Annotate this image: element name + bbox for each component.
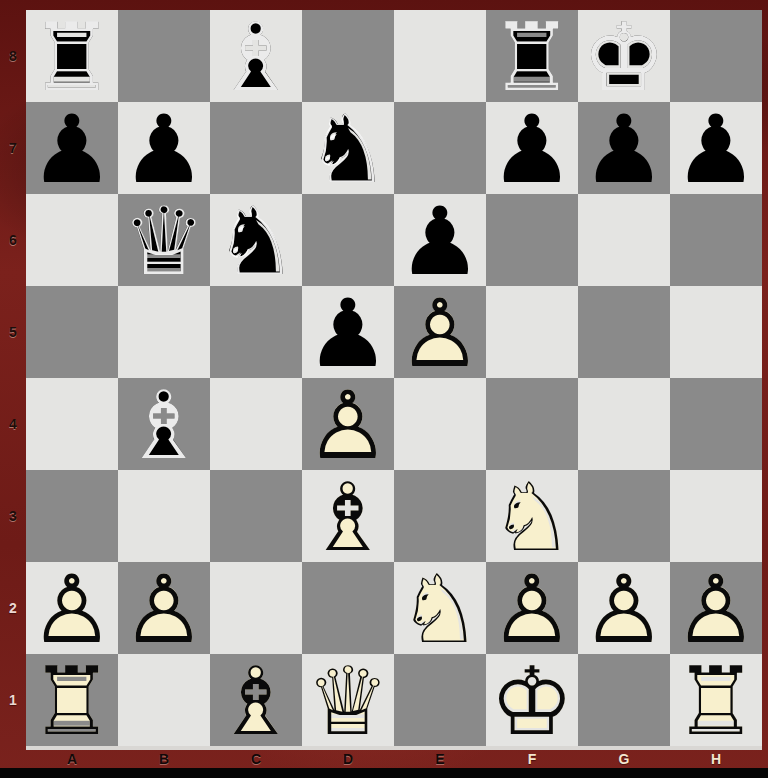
square-c3[interactable]: [210, 470, 302, 562]
square-c6[interactable]: ♞♘: [210, 194, 302, 286]
piece-glyph-outline: ♖: [670, 654, 762, 746]
square-c4[interactable]: [210, 378, 302, 470]
square-e5[interactable]: ♟♙: [394, 286, 486, 378]
square-f3[interactable]: ♞♘: [486, 470, 578, 562]
piece-black-pawn[interactable]: ♟♙: [302, 286, 394, 378]
square-h8[interactable]: [670, 10, 762, 102]
square-d3[interactable]: ♝♗: [302, 470, 394, 562]
square-g1[interactable]: [578, 654, 670, 746]
square-g8[interactable]: ♚♔: [578, 10, 670, 102]
square-a3[interactable]: [26, 470, 118, 562]
square-b1[interactable]: [118, 654, 210, 746]
piece-black-pawn[interactable]: ♟♙: [26, 102, 118, 194]
piece-glyph-outline: ♗: [210, 10, 302, 102]
square-a2[interactable]: ♟♙: [26, 562, 118, 654]
rank-label-6: 6: [0, 194, 26, 286]
piece-glyph-outline: ♙: [26, 562, 118, 654]
square-e2[interactable]: ♞♘: [394, 562, 486, 654]
square-f1[interactable]: ♚♔: [486, 654, 578, 746]
square-d1[interactable]: ♛♕: [302, 654, 394, 746]
piece-glyph-outline: ♔: [486, 654, 578, 746]
square-e3[interactable]: [394, 470, 486, 562]
piece-black-rook[interactable]: ♜♖: [486, 10, 578, 102]
piece-black-queen[interactable]: ♛♕: [118, 194, 210, 286]
file-label-a: A: [26, 750, 118, 767]
square-d7[interactable]: ♞♘: [302, 102, 394, 194]
board-frame: 87654321 ♜♖♝♗♜♖♚♔♟♙♟♙♞♘♟♙♟♙♟♙♛♕♞♘♟♙♟♙♟♙♝…: [0, 0, 768, 778]
piece-glyph-outline: ♔: [578, 10, 670, 102]
piece-white-rook[interactable]: ♜♖: [670, 654, 762, 746]
piece-white-pawn[interactable]: ♟♙: [670, 562, 762, 654]
piece-white-pawn[interactable]: ♟♙: [26, 562, 118, 654]
square-b2[interactable]: ♟♙: [118, 562, 210, 654]
rank-label-8: 8: [0, 10, 26, 102]
square-a7[interactable]: ♟♙: [26, 102, 118, 194]
piece-glyph-outline: ♙: [486, 562, 578, 654]
piece-white-pawn[interactable]: ♟♙: [486, 562, 578, 654]
square-h1[interactable]: ♜♖: [670, 654, 762, 746]
file-label-d: D: [302, 750, 394, 767]
square-b7[interactable]: ♟♙: [118, 102, 210, 194]
piece-white-pawn[interactable]: ♟♙: [302, 378, 394, 470]
piece-white-pawn[interactable]: ♟♙: [118, 562, 210, 654]
square-d4[interactable]: ♟♙: [302, 378, 394, 470]
piece-black-bishop[interactable]: ♝♗: [118, 378, 210, 470]
square-h2[interactable]: ♟♙: [670, 562, 762, 654]
square-f4[interactable]: [486, 378, 578, 470]
piece-glyph-outline: ♘: [210, 194, 302, 286]
square-c8[interactable]: ♝♗: [210, 10, 302, 102]
square-e7[interactable]: [394, 102, 486, 194]
square-a8[interactable]: ♜♖: [26, 10, 118, 102]
square-a1[interactable]: ♜♖: [26, 654, 118, 746]
square-b5[interactable]: [118, 286, 210, 378]
square-f7[interactable]: ♟♙: [486, 102, 578, 194]
rank-label-2: 2: [0, 562, 26, 654]
file-label-b: B: [118, 750, 210, 767]
piece-black-knight[interactable]: ♞♘: [210, 194, 302, 286]
square-h6[interactable]: [670, 194, 762, 286]
piece-glyph-outline: ♘: [302, 102, 394, 194]
square-g3[interactable]: [578, 470, 670, 562]
square-f8[interactable]: ♜♖: [486, 10, 578, 102]
square-b6[interactable]: ♛♕: [118, 194, 210, 286]
square-h4[interactable]: [670, 378, 762, 470]
file-label-g: G: [578, 750, 670, 767]
piece-glyph-outline: ♙: [394, 286, 486, 378]
file-label-c: C: [210, 750, 302, 767]
square-e6[interactable]: ♟♙: [394, 194, 486, 286]
square-h5[interactable]: [670, 286, 762, 378]
square-e8[interactable]: [394, 10, 486, 102]
piece-glyph-outline: ♘: [394, 562, 486, 654]
square-g7[interactable]: ♟♙: [578, 102, 670, 194]
square-d8[interactable]: [302, 10, 394, 102]
square-d5[interactable]: ♟♙: [302, 286, 394, 378]
file-labels: ABCDEFGH: [26, 750, 762, 767]
square-g4[interactable]: [578, 378, 670, 470]
square-b4[interactable]: ♝♗: [118, 378, 210, 470]
square-c5[interactable]: [210, 286, 302, 378]
rank-label-7: 7: [0, 102, 26, 194]
piece-glyph-outline: ♖: [486, 10, 578, 102]
square-d6[interactable]: [302, 194, 394, 286]
piece-black-bishop[interactable]: ♝♗: [210, 10, 302, 102]
piece-black-pawn[interactable]: ♟♙: [394, 194, 486, 286]
piece-glyph-outline: ♙: [302, 378, 394, 470]
square-c1[interactable]: ♝♗: [210, 654, 302, 746]
rank-label-1: 1: [0, 654, 26, 746]
piece-white-knight[interactable]: ♞♘: [486, 470, 578, 562]
piece-black-king[interactable]: ♚♔: [578, 10, 670, 102]
bottom-strip: [0, 768, 768, 778]
rank-label-4: 4: [0, 378, 26, 470]
piece-black-pawn[interactable]: ♟♙: [670, 102, 762, 194]
square-h3[interactable]: [670, 470, 762, 562]
square-e1[interactable]: [394, 654, 486, 746]
square-h7[interactable]: ♟♙: [670, 102, 762, 194]
piece-glyph-outline: ♖: [26, 10, 118, 102]
square-e4[interactable]: [394, 378, 486, 470]
piece-black-knight[interactable]: ♞♘: [302, 102, 394, 194]
file-label-f: F: [486, 750, 578, 767]
square-b3[interactable]: [118, 470, 210, 562]
square-f5[interactable]: [486, 286, 578, 378]
piece-glyph-outline: ♗: [210, 654, 302, 746]
rank-label-5: 5: [0, 286, 26, 378]
piece-glyph-outline: ♗: [302, 470, 394, 562]
piece-white-pawn[interactable]: ♟♙: [394, 286, 486, 378]
piece-white-bishop[interactable]: ♝♗: [210, 654, 302, 746]
square-f2[interactable]: ♟♙: [486, 562, 578, 654]
board: ♜♖♝♗♜♖♚♔♟♙♟♙♞♘♟♙♟♙♟♙♛♕♞♘♟♙♟♙♟♙♝♗♟♙♝♗♞♘♟♙…: [26, 10, 762, 746]
piece-glyph-outline: ♗: [118, 378, 210, 470]
piece-white-rook[interactable]: ♜♖: [26, 654, 118, 746]
square-b8[interactable]: [118, 10, 210, 102]
square-g5[interactable]: [578, 286, 670, 378]
piece-white-king[interactable]: ♚♔: [486, 654, 578, 746]
piece-black-pawn[interactable]: ♟♙: [486, 102, 578, 194]
piece-glyph-outline: ♙: [118, 562, 210, 654]
piece-white-bishop[interactable]: ♝♗: [302, 470, 394, 562]
piece-glyph-outline: ♕: [302, 654, 394, 746]
rank-labels: 87654321: [0, 10, 26, 746]
piece-glyph-outline: ♙: [578, 562, 670, 654]
square-a6[interactable]: [26, 194, 118, 286]
square-g6[interactable]: [578, 194, 670, 286]
piece-glyph-outline: ♕: [118, 194, 210, 286]
file-label-h: H: [670, 750, 762, 767]
piece-white-knight[interactable]: ♞♘: [394, 562, 486, 654]
rank-label-3: 3: [0, 470, 26, 562]
piece-white-pawn[interactable]: ♟♙: [578, 562, 670, 654]
square-f6[interactable]: [486, 194, 578, 286]
square-c7[interactable]: [210, 102, 302, 194]
piece-glyph-outline: ♖: [26, 654, 118, 746]
square-a5[interactable]: [26, 286, 118, 378]
square-g2[interactable]: ♟♙: [578, 562, 670, 654]
file-label-e: E: [394, 750, 486, 767]
piece-black-rook[interactable]: ♜♖: [26, 10, 118, 102]
square-a4[interactable]: [26, 378, 118, 470]
square-d2[interactable]: [302, 562, 394, 654]
piece-glyph-outline: ♘: [486, 470, 578, 562]
square-c2[interactable]: [210, 562, 302, 654]
piece-glyph-outline: ♙: [670, 562, 762, 654]
piece-black-pawn[interactable]: ♟♙: [118, 102, 210, 194]
piece-white-queen[interactable]: ♛♕: [302, 654, 394, 746]
piece-black-pawn[interactable]: ♟♙: [578, 102, 670, 194]
